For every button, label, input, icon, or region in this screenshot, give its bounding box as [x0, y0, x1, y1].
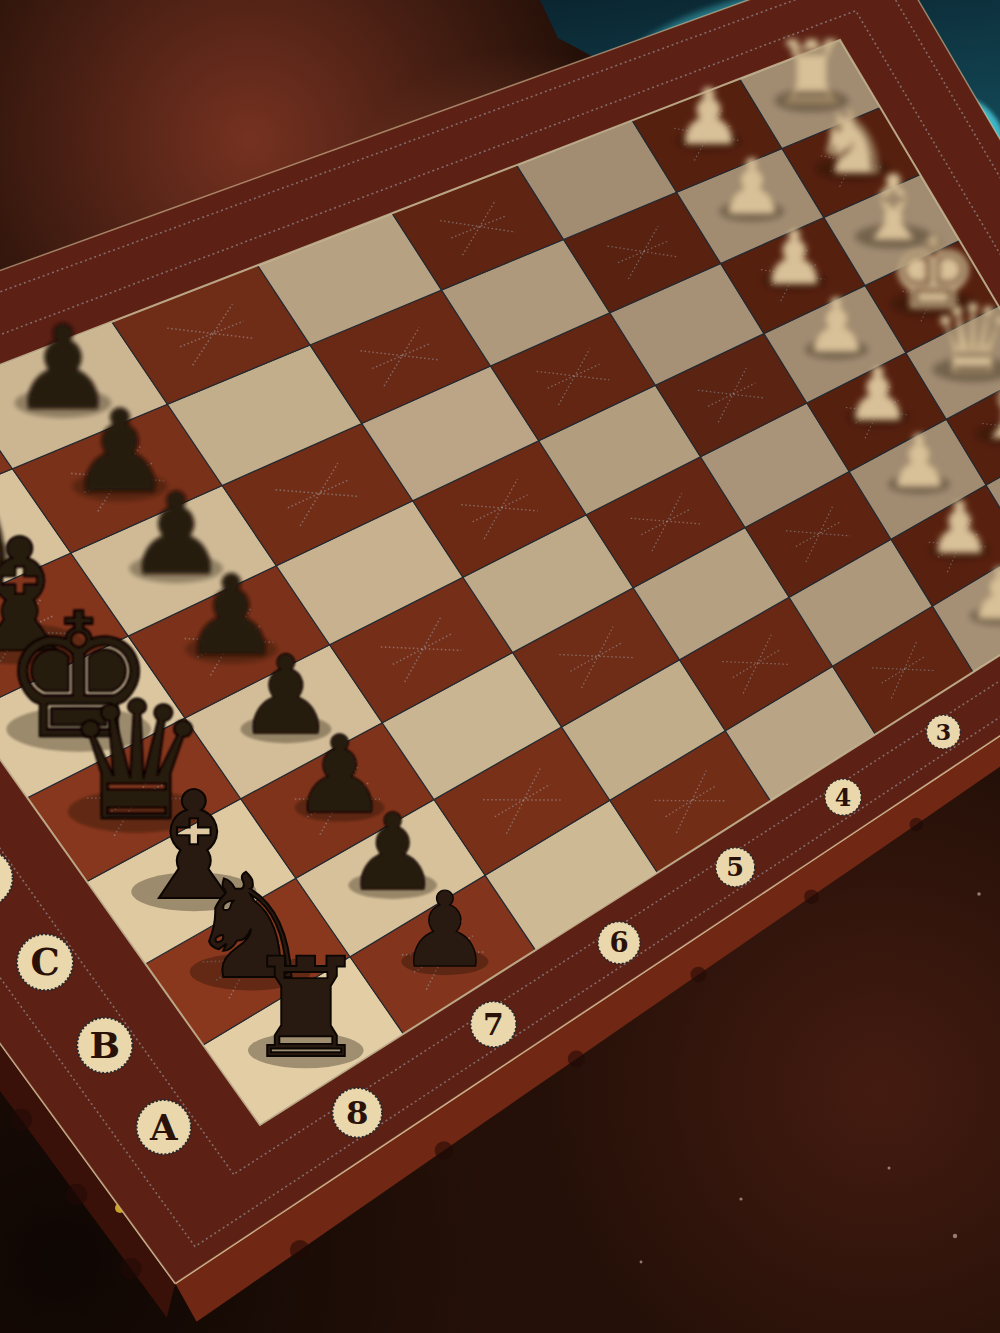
dust-speck	[977, 892, 981, 896]
file-label-c: C	[30, 941, 59, 984]
rank-label-3: 3	[936, 719, 951, 745]
scallop-icon	[691, 967, 707, 983]
scallop-icon	[910, 818, 923, 831]
scallop-icon	[568, 1050, 585, 1067]
chessboard-scene: ABCD8765432♜♟♞♟♝♟♚♟♛♟♟♝♜♟♟♞♟♞♜♟♟♝♟♚♟♛♟♟♝…	[0, 0, 1000, 1333]
file-label-b: B	[90, 1024, 121, 1067]
dust-speck	[953, 1234, 957, 1238]
piece-black-rook-a8[interactable]: ♜	[244, 928, 367, 1088]
scallop-icon	[65, 1184, 87, 1206]
rank-label-6: 6	[609, 926, 628, 958]
piece-white-pawn-a2[interactable]: ♟	[968, 552, 1000, 636]
dust-speck	[888, 1167, 891, 1170]
scallop-icon	[435, 1141, 453, 1159]
file-label-a: A	[149, 1107, 178, 1148]
dust-speck	[640, 1261, 643, 1264]
scallop-icon	[290, 1240, 310, 1260]
piece-black-pawn-a7[interactable]: ♟	[398, 870, 491, 991]
photo-scene: ABCD8765432♜♟♞♟♝♟♚♟♛♟♟♝♜♟♟♞♟♞♜♟♟♝♟♚♟♛♟♟♝…	[0, 0, 1000, 1333]
piece-white-bishop-c1[interactable]: ♝	[972, 356, 1000, 459]
dust-speck	[739, 1197, 742, 1200]
scallop-icon	[10, 1108, 32, 1130]
scallop-icon	[804, 889, 819, 904]
rank-label-5: 5	[726, 852, 744, 882]
rank-label-8: 8	[346, 1094, 369, 1132]
rank-label-7: 7	[483, 1007, 504, 1042]
rank-label-4: 4	[835, 784, 852, 812]
scallop-icon	[120, 1258, 142, 1280]
